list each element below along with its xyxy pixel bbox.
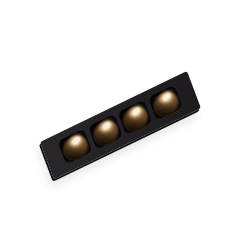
spot-reflector-cone	[59, 130, 92, 164]
spot-reflector-cone	[149, 87, 182, 121]
led-light-source	[131, 107, 142, 117]
spot-reflector-cone	[89, 116, 122, 150]
led-light-source	[71, 136, 82, 146]
light-fixture-trim	[40, 71, 201, 179]
spot-recess-3	[118, 100, 153, 137]
photo-background	[0, 0, 250, 250]
spot-recess-2	[88, 114, 123, 151]
spot-recess-1	[58, 129, 93, 166]
spot-recess-4	[148, 85, 183, 122]
spot-reflector-cone	[119, 101, 152, 135]
